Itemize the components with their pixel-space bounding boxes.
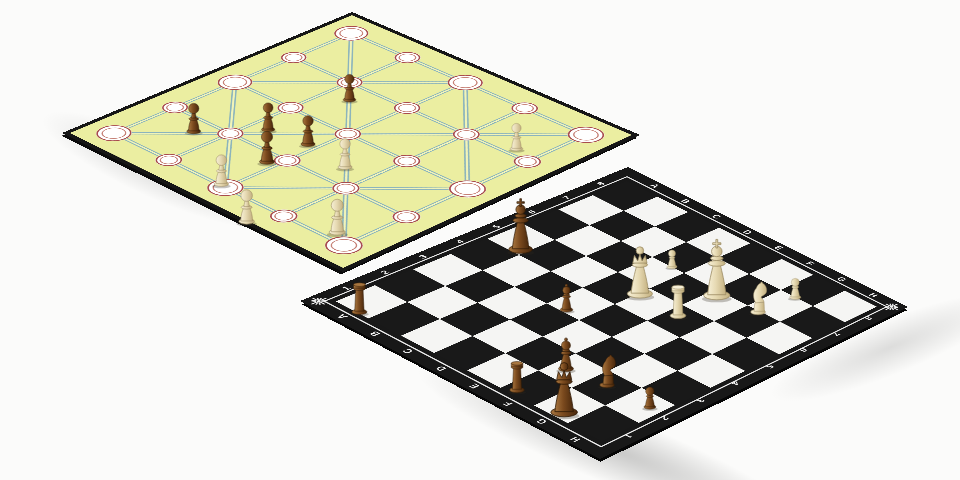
product-photo: 11AA22BB33CC44DD55EE66FF77GG88HH [0, 0, 960, 480]
